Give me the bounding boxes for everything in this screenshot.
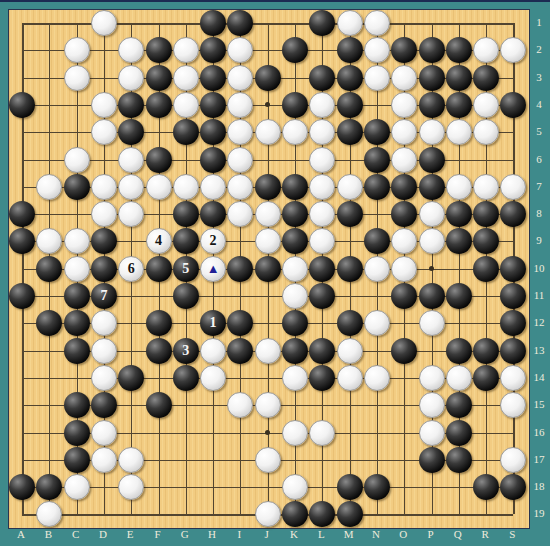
go-stone-black[interactable] xyxy=(419,37,445,63)
go-stone-black[interactable] xyxy=(173,283,199,309)
go-stone-white[interactable] xyxy=(91,310,117,336)
go-stone-white[interactable] xyxy=(309,147,335,173)
go-stone-black[interactable] xyxy=(473,65,499,91)
go-stone-white[interactable] xyxy=(309,119,335,145)
coord-label-row-3: 3 xyxy=(536,71,542,82)
go-stone-white[interactable] xyxy=(255,228,281,254)
go-stone-black[interactable] xyxy=(391,201,417,227)
go-stone-black[interactable] xyxy=(337,37,363,63)
go-stone-black[interactable] xyxy=(337,501,363,527)
go-stone-black[interactable] xyxy=(64,283,90,309)
go-stone-white[interactable] xyxy=(64,147,90,173)
grid-line-horizontal xyxy=(22,487,513,488)
go-stone-black[interactable] xyxy=(36,256,62,282)
go-stone-white-move-2[interactable]: 2 xyxy=(200,228,226,254)
go-stone-white[interactable] xyxy=(227,119,253,145)
go-stone-black[interactable] xyxy=(500,283,526,309)
coord-label-column-O: O xyxy=(399,529,407,540)
coord-label-column-M: M xyxy=(344,529,354,540)
go-stone-white-triangle[interactable]: ▲ xyxy=(200,256,226,282)
go-stone-white[interactable] xyxy=(118,174,144,200)
go-stone-white[interactable] xyxy=(473,92,499,118)
go-stone-white[interactable] xyxy=(473,37,499,63)
go-stone-white[interactable] xyxy=(391,65,417,91)
go-stone-black[interactable] xyxy=(473,474,499,500)
go-stone-black[interactable] xyxy=(146,37,172,63)
go-stone-white[interactable] xyxy=(91,338,117,364)
go-stone-black[interactable] xyxy=(200,92,226,118)
coord-label-row-1: 1 xyxy=(536,17,542,28)
go-stone-black[interactable] xyxy=(446,392,472,418)
go-stone-black[interactable] xyxy=(337,474,363,500)
go-stone-black[interactable] xyxy=(473,338,499,364)
go-stone-white[interactable] xyxy=(500,392,526,418)
go-stone-white[interactable] xyxy=(255,447,281,473)
go-stone-white[interactable] xyxy=(419,201,445,227)
go-stone-white[interactable] xyxy=(391,256,417,282)
go-stone-white[interactable] xyxy=(91,92,117,118)
go-stone-black[interactable] xyxy=(364,474,390,500)
move-number-label: 2 xyxy=(210,234,217,248)
go-stone-white[interactable] xyxy=(419,420,445,446)
go-stone-white[interactable] xyxy=(227,147,253,173)
coord-label-row-6: 6 xyxy=(536,153,542,164)
go-stone-white[interactable] xyxy=(500,174,526,200)
go-stone-black[interactable] xyxy=(227,10,253,36)
go-stone-white-move-4[interactable]: 4 xyxy=(146,228,172,254)
go-stone-black[interactable] xyxy=(337,92,363,118)
coord-label-column-R: R xyxy=(481,529,488,540)
go-stone-white[interactable] xyxy=(200,365,226,391)
go-stone-black[interactable] xyxy=(419,65,445,91)
go-stone-black[interactable] xyxy=(173,201,199,227)
coord-label-row-17: 17 xyxy=(534,453,545,464)
go-stone-black[interactable] xyxy=(173,228,199,254)
go-stone-black[interactable] xyxy=(146,310,172,336)
go-stone-black[interactable] xyxy=(309,283,335,309)
coord-label-column-F: F xyxy=(154,529,160,540)
go-stone-white[interactable] xyxy=(146,174,172,200)
go-stone-black-move-7[interactable]: 7 xyxy=(91,283,117,309)
coord-label-column-N: N xyxy=(372,529,380,540)
go-stone-black[interactable] xyxy=(419,174,445,200)
go-stone-white[interactable] xyxy=(337,365,363,391)
go-stone-white[interactable] xyxy=(173,174,199,200)
go-stone-black[interactable] xyxy=(309,501,335,527)
go-stone-black[interactable] xyxy=(282,228,308,254)
go-stone-white[interactable] xyxy=(391,92,417,118)
go-stone-black[interactable] xyxy=(91,228,117,254)
go-stone-black[interactable] xyxy=(91,256,117,282)
coord-label-row-19: 19 xyxy=(534,508,545,519)
go-stone-black[interactable] xyxy=(64,310,90,336)
go-stone-black[interactable] xyxy=(282,37,308,63)
triangle-marker: ▲ xyxy=(207,262,220,275)
go-stone-white[interactable] xyxy=(91,365,117,391)
go-stone-white[interactable] xyxy=(118,474,144,500)
go-stone-black[interactable] xyxy=(309,365,335,391)
coord-label-row-15: 15 xyxy=(534,399,545,410)
go-stone-black[interactable] xyxy=(64,420,90,446)
go-stone-white[interactable] xyxy=(91,201,117,227)
hoshi-point xyxy=(265,102,270,107)
go-stone-white[interactable] xyxy=(364,10,390,36)
go-stone-white[interactable] xyxy=(91,119,117,145)
go-stone-black[interactable] xyxy=(146,147,172,173)
go-stone-white[interactable] xyxy=(309,174,335,200)
go-stone-black[interactable] xyxy=(446,228,472,254)
coord-label-row-12: 12 xyxy=(534,317,545,328)
go-stone-black[interactable] xyxy=(309,10,335,36)
go-stone-white[interactable] xyxy=(419,119,445,145)
go-stone-black[interactable] xyxy=(9,228,35,254)
go-stone-black[interactable] xyxy=(500,92,526,118)
go-stone-white[interactable] xyxy=(91,10,117,36)
go-stone-black[interactable] xyxy=(500,201,526,227)
go-stone-white[interactable] xyxy=(391,228,417,254)
go-stone-white[interactable] xyxy=(364,256,390,282)
go-stone-white[interactable] xyxy=(419,365,445,391)
go-stone-white[interactable] xyxy=(282,119,308,145)
go-stone-white[interactable] xyxy=(255,392,281,418)
go-stone-white[interactable] xyxy=(64,37,90,63)
coord-label-row-9: 9 xyxy=(536,235,542,246)
coord-label-row-18: 18 xyxy=(534,481,545,492)
go-stone-black[interactable] xyxy=(146,92,172,118)
go-stone-black[interactable] xyxy=(146,338,172,364)
go-stone-black[interactable] xyxy=(146,256,172,282)
go-stone-white[interactable] xyxy=(118,37,144,63)
go-stone-white[interactable] xyxy=(118,65,144,91)
go-stone-black[interactable] xyxy=(446,65,472,91)
go-stone-white[interactable] xyxy=(309,92,335,118)
go-stone-white[interactable] xyxy=(173,92,199,118)
go-stone-black[interactable] xyxy=(391,174,417,200)
hoshi-point xyxy=(265,430,270,435)
go-stone-white[interactable] xyxy=(64,256,90,282)
go-stone-white[interactable] xyxy=(337,10,363,36)
go-stone-black[interactable] xyxy=(391,37,417,63)
go-stone-white[interactable] xyxy=(255,119,281,145)
go-stone-white[interactable] xyxy=(337,174,363,200)
go-stone-white[interactable] xyxy=(173,37,199,63)
go-stone-black[interactable] xyxy=(419,147,445,173)
go-stone-white[interactable] xyxy=(364,65,390,91)
go-stone-black[interactable] xyxy=(282,92,308,118)
go-stone-black[interactable] xyxy=(391,338,417,364)
go-stone-white[interactable] xyxy=(309,201,335,227)
go-stone-white[interactable] xyxy=(200,174,226,200)
go-stone-white[interactable] xyxy=(282,365,308,391)
go-stone-black[interactable] xyxy=(255,65,281,91)
go-stone-black[interactable] xyxy=(200,65,226,91)
go-stone-white[interactable] xyxy=(419,392,445,418)
coord-label-column-G: G xyxy=(181,529,189,540)
coord-label-column-K: K xyxy=(290,529,298,540)
move-number-label: 7 xyxy=(100,289,107,303)
go-stone-white[interactable] xyxy=(91,447,117,473)
go-stone-black[interactable] xyxy=(446,201,472,227)
coord-label-row-7: 7 xyxy=(536,180,542,191)
go-stone-black[interactable] xyxy=(9,92,35,118)
go-stone-black[interactable] xyxy=(200,10,226,36)
go-stone-black[interactable] xyxy=(446,447,472,473)
go-stone-black[interactable] xyxy=(9,201,35,227)
go-stone-black[interactable] xyxy=(9,474,35,500)
go-stone-white[interactable] xyxy=(282,283,308,309)
go-stone-black[interactable] xyxy=(282,501,308,527)
go-stone-black[interactable] xyxy=(64,174,90,200)
go-stone-white[interactable] xyxy=(500,37,526,63)
coord-label-row-10: 10 xyxy=(534,262,545,273)
go-stone-black[interactable] xyxy=(309,338,335,364)
move-number-label: 5 xyxy=(182,262,189,276)
go-stone-white[interactable] xyxy=(282,420,308,446)
go-stone-black[interactable] xyxy=(173,119,199,145)
go-stone-black[interactable] xyxy=(227,256,253,282)
go-stone-black[interactable] xyxy=(282,338,308,364)
coord-label-row-5: 5 xyxy=(536,126,542,137)
go-stone-white[interactable] xyxy=(391,147,417,173)
move-number-label: 3 xyxy=(182,344,189,358)
go-stone-black[interactable] xyxy=(64,447,90,473)
go-stone-black[interactable] xyxy=(118,119,144,145)
go-stone-black[interactable] xyxy=(200,119,226,145)
coord-label-row-16: 16 xyxy=(534,426,545,437)
coord-label-column-L: L xyxy=(318,529,325,540)
go-board[interactable]: 4265▲713 xyxy=(8,9,530,529)
go-stone-black[interactable] xyxy=(337,201,363,227)
go-stone-white[interactable] xyxy=(227,92,253,118)
go-stone-black-move-1[interactable]: 1 xyxy=(200,310,226,336)
go-stone-black[interactable] xyxy=(473,201,499,227)
go-stone-black[interactable] xyxy=(419,447,445,473)
go-stone-white[interactable] xyxy=(473,174,499,200)
go-stone-white[interactable] xyxy=(446,119,472,145)
go-stone-black[interactable] xyxy=(500,338,526,364)
coord-label-row-11: 11 xyxy=(534,290,545,301)
coord-label-column-E: E xyxy=(127,529,134,540)
go-stone-white[interactable] xyxy=(364,365,390,391)
go-stone-black-move-3[interactable]: 3 xyxy=(173,338,199,364)
go-stone-white[interactable] xyxy=(419,228,445,254)
go-stone-white[interactable] xyxy=(64,474,90,500)
go-stone-black[interactable] xyxy=(146,392,172,418)
go-stone-white[interactable] xyxy=(227,201,253,227)
coord-label-column-P: P xyxy=(427,529,433,540)
go-stone-black[interactable] xyxy=(173,365,199,391)
go-stone-white-move-6[interactable]: 6 xyxy=(118,256,144,282)
coord-label-row-2: 2 xyxy=(536,44,542,55)
go-stone-white[interactable] xyxy=(364,37,390,63)
go-stone-black[interactable] xyxy=(200,37,226,63)
go-stone-black[interactable] xyxy=(446,37,472,63)
go-stone-black[interactable] xyxy=(364,228,390,254)
go-stone-black[interactable] xyxy=(364,174,390,200)
go-stone-black[interactable] xyxy=(337,256,363,282)
go-stone-black[interactable] xyxy=(309,256,335,282)
go-stone-black[interactable] xyxy=(419,283,445,309)
go-stone-white[interactable] xyxy=(227,174,253,200)
hoshi-point xyxy=(429,266,434,271)
go-stone-black[interactable] xyxy=(227,310,253,336)
go-stone-white[interactable] xyxy=(200,338,226,364)
go-stone-black[interactable] xyxy=(36,474,62,500)
go-stone-black[interactable] xyxy=(364,119,390,145)
move-number-label: 4 xyxy=(155,234,162,248)
go-stone-white[interactable] xyxy=(227,392,253,418)
go-stone-white[interactable] xyxy=(118,201,144,227)
go-stone-white[interactable] xyxy=(173,65,199,91)
go-stone-white[interactable] xyxy=(337,338,363,364)
go-stone-black[interactable] xyxy=(446,338,472,364)
go-stone-white[interactable] xyxy=(309,228,335,254)
go-stone-white[interactable] xyxy=(64,65,90,91)
go-stone-black[interactable] xyxy=(337,310,363,336)
go-stone-black[interactable] xyxy=(473,365,499,391)
go-stone-white[interactable] xyxy=(255,501,281,527)
coord-label-column-Q: Q xyxy=(454,529,462,540)
go-stone-black[interactable] xyxy=(446,92,472,118)
go-stone-black[interactable] xyxy=(446,283,472,309)
go-stone-white[interactable] xyxy=(118,447,144,473)
go-stone-white[interactable] xyxy=(227,37,253,63)
move-number-label: 1 xyxy=(210,316,217,330)
go-stone-black[interactable] xyxy=(146,65,172,91)
go-stone-white[interactable] xyxy=(255,338,281,364)
go-stone-white[interactable] xyxy=(419,310,445,336)
go-stone-black-move-5[interactable]: 5 xyxy=(173,256,199,282)
go-stone-white[interactable] xyxy=(446,174,472,200)
go-stone-black[interactable] xyxy=(118,92,144,118)
go-stone-black[interactable] xyxy=(36,310,62,336)
go-stone-white[interactable] xyxy=(446,365,472,391)
coord-label-column-C: C xyxy=(72,529,79,540)
coord-label-row-4: 4 xyxy=(536,98,542,109)
go-stone-black[interactable] xyxy=(9,283,35,309)
go-stone-white[interactable] xyxy=(473,119,499,145)
go-stone-black[interactable] xyxy=(282,310,308,336)
go-stone-white[interactable] xyxy=(36,228,62,254)
go-stone-white[interactable] xyxy=(118,147,144,173)
coord-label-column-D: D xyxy=(99,529,107,540)
go-diagram: 4265▲713 ABCDEFGHIJKLMNOPQRS123456789101… xyxy=(0,0,550,546)
go-stone-black[interactable] xyxy=(64,338,90,364)
coord-label-row-8: 8 xyxy=(536,208,542,219)
go-stone-black[interactable] xyxy=(446,420,472,446)
go-stone-white[interactable] xyxy=(309,420,335,446)
coord-label-column-S: S xyxy=(509,529,515,540)
go-stone-white[interactable] xyxy=(500,365,526,391)
go-stone-black[interactable] xyxy=(255,174,281,200)
coord-label-column-J: J xyxy=(265,529,269,540)
coord-label-column-I: I xyxy=(238,529,242,540)
go-stone-white[interactable] xyxy=(500,447,526,473)
go-stone-black[interactable] xyxy=(255,256,281,282)
go-stone-black[interactable] xyxy=(118,365,144,391)
go-stone-white[interactable] xyxy=(282,474,308,500)
go-stone-black[interactable] xyxy=(364,147,390,173)
go-stone-white[interactable] xyxy=(91,420,117,446)
go-stone-white[interactable] xyxy=(91,174,117,200)
go-stone-white[interactable] xyxy=(391,119,417,145)
go-stone-black[interactable] xyxy=(500,256,526,282)
go-stone-black[interactable] xyxy=(64,392,90,418)
go-stone-black[interactable] xyxy=(500,310,526,336)
go-stone-black[interactable] xyxy=(337,65,363,91)
go-stone-black[interactable] xyxy=(337,119,363,145)
go-stone-black[interactable] xyxy=(227,338,253,364)
coord-label-column-H: H xyxy=(208,529,216,540)
go-stone-white[interactable] xyxy=(36,174,62,200)
go-stone-black[interactable] xyxy=(500,474,526,500)
go-stone-black[interactable] xyxy=(200,147,226,173)
go-stone-black[interactable] xyxy=(282,201,308,227)
coord-label-column-B: B xyxy=(45,529,52,540)
go-stone-white[interactable] xyxy=(36,501,62,527)
go-stone-white[interactable] xyxy=(282,256,308,282)
go-stone-white[interactable] xyxy=(364,310,390,336)
go-stone-white[interactable] xyxy=(64,228,90,254)
go-stone-white[interactable] xyxy=(255,201,281,227)
go-stone-white[interactable] xyxy=(227,65,253,91)
move-number-label: 6 xyxy=(128,262,135,276)
go-stone-black[interactable] xyxy=(473,256,499,282)
go-stone-black[interactable] xyxy=(473,228,499,254)
go-stone-black[interactable] xyxy=(391,283,417,309)
coord-label-row-14: 14 xyxy=(534,371,545,382)
go-stone-black[interactable] xyxy=(282,174,308,200)
go-stone-black[interactable] xyxy=(91,392,117,418)
go-stone-black[interactable] xyxy=(309,65,335,91)
coord-label-column-A: A xyxy=(17,529,25,540)
go-stone-black[interactable] xyxy=(200,201,226,227)
coord-label-row-13: 13 xyxy=(534,344,545,355)
go-stone-black[interactable] xyxy=(419,92,445,118)
